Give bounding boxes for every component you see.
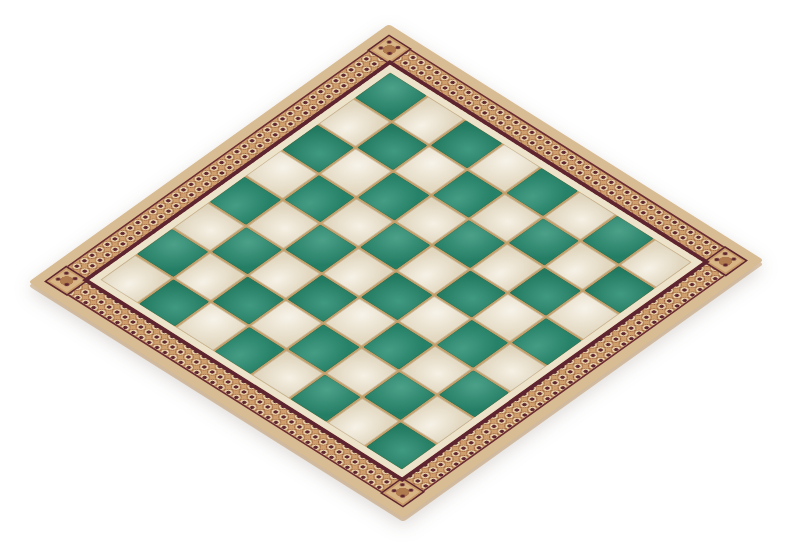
product-photo-scene — [0, 0, 800, 560]
chessboard — [136, 11, 656, 531]
board-outer-edge — [28, 24, 763, 518]
squares-grid — [101, 72, 692, 469]
